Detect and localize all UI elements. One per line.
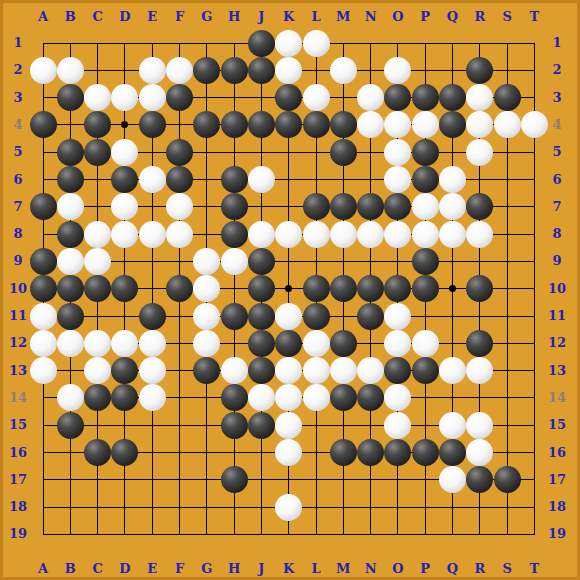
star-point (121, 121, 128, 128)
white-stone-Q13[interactable] (439, 357, 466, 384)
black-stone-J4[interactable] (248, 111, 275, 138)
black-stone-A10[interactable] (30, 275, 57, 302)
coordinate-label-J: J (250, 562, 272, 576)
black-stone-M5[interactable] (330, 139, 357, 166)
white-stone-O15[interactable] (384, 412, 411, 439)
black-stone-O3[interactable] (384, 84, 411, 111)
black-stone-R17[interactable] (466, 466, 493, 493)
white-stone-H9[interactable] (221, 248, 248, 275)
coordinate-label-J: J (250, 10, 272, 24)
white-stone-G9[interactable] (193, 248, 220, 275)
white-stone-O2[interactable] (384, 57, 411, 84)
white-stone-C3[interactable] (84, 84, 111, 111)
coordinate-label-17: 17 (546, 473, 568, 487)
black-stone-C4[interactable] (84, 111, 111, 138)
coordinate-label-H: H (223, 562, 245, 576)
coordinate-label-7: 7 (546, 200, 568, 214)
black-stone-L4[interactable] (303, 111, 330, 138)
white-stone-R5[interactable] (466, 139, 493, 166)
grid-line-horizontal (43, 261, 535, 262)
coordinate-label-15: 15 (546, 418, 568, 432)
black-stone-R2[interactable] (466, 57, 493, 84)
white-stone-K11[interactable] (275, 303, 302, 330)
white-stone-R3[interactable] (466, 84, 493, 111)
coordinate-label-17: 17 (7, 473, 29, 487)
white-stone-N3[interactable] (357, 84, 384, 111)
white-stone-O12[interactable] (384, 330, 411, 357)
black-stone-S17[interactable] (494, 466, 521, 493)
white-stone-D3[interactable] (111, 84, 138, 111)
coordinate-label-3: 3 (7, 91, 29, 105)
white-stone-G12[interactable] (193, 330, 220, 357)
white-stone-J8[interactable] (248, 221, 275, 248)
star-point (449, 285, 456, 292)
black-stone-K12[interactable] (275, 330, 302, 357)
black-stone-Q16[interactable] (439, 439, 466, 466)
black-stone-D16[interactable] (111, 439, 138, 466)
coordinate-label-12: 12 (546, 336, 568, 350)
coordinate-label-P: P (414, 10, 436, 24)
coordinate-label-R: R (469, 10, 491, 24)
white-stone-N8[interactable] (357, 221, 384, 248)
coordinate-label-F: F (169, 562, 191, 576)
coordinate-label-19: 19 (7, 527, 29, 541)
coordinate-label-K: K (278, 562, 300, 576)
white-stone-K8[interactable] (275, 221, 302, 248)
black-stone-Q3[interactable] (439, 84, 466, 111)
coordinate-label-2: 2 (546, 63, 568, 77)
white-stone-O8[interactable] (384, 221, 411, 248)
black-stone-G2[interactable] (193, 57, 220, 84)
black-stone-R10[interactable] (466, 275, 493, 302)
coordinate-label-B: B (59, 10, 81, 24)
white-stone-E2[interactable] (139, 57, 166, 84)
black-stone-E11[interactable] (139, 303, 166, 330)
white-stone-L8[interactable] (303, 221, 330, 248)
white-stone-Q15[interactable] (439, 412, 466, 439)
black-stone-J9[interactable] (248, 248, 275, 275)
white-stone-E6[interactable] (139, 166, 166, 193)
black-stone-J2[interactable] (248, 57, 275, 84)
coordinate-label-12: 12 (7, 336, 29, 350)
black-stone-B6[interactable] (57, 166, 84, 193)
coordinate-label-13: 13 (7, 364, 29, 378)
black-stone-G4[interactable] (193, 111, 220, 138)
white-stone-A13[interactable] (30, 357, 57, 384)
go-board[interactable]: AABBCCDDEEFFGGHHJJKKLLMMNNOOPPQQRRSSTT11… (0, 0, 580, 580)
coordinate-label-8: 8 (7, 227, 29, 241)
black-stone-K3[interactable] (275, 84, 302, 111)
white-stone-F8[interactable] (166, 221, 193, 248)
white-stone-R16[interactable] (466, 439, 493, 466)
white-stone-G10[interactable] (193, 275, 220, 302)
black-stone-H2[interactable] (221, 57, 248, 84)
black-stone-O13[interactable] (384, 357, 411, 384)
coordinate-label-R: R (469, 562, 491, 576)
coordinate-label-1: 1 (546, 36, 568, 50)
white-stone-D12[interactable] (111, 330, 138, 357)
coordinate-label-13: 13 (546, 364, 568, 378)
white-stone-B12[interactable] (57, 330, 84, 357)
coordinate-label-M: M (332, 10, 354, 24)
black-stone-M10[interactable] (330, 275, 357, 302)
black-stone-B5[interactable] (57, 139, 84, 166)
black-stone-S3[interactable] (494, 84, 521, 111)
black-stone-H7[interactable] (221, 193, 248, 220)
black-stone-H8[interactable] (221, 221, 248, 248)
white-stone-T4[interactable] (521, 111, 548, 138)
coordinate-label-F: F (169, 10, 191, 24)
black-stone-F6[interactable] (166, 166, 193, 193)
coordinate-label-6: 6 (7, 173, 29, 187)
coordinate-label-16: 16 (7, 446, 29, 460)
white-stone-B7[interactable] (57, 193, 84, 220)
coordinate-label-9: 9 (7, 254, 29, 268)
coordinate-label-3: 3 (546, 91, 568, 105)
coordinate-label-N: N (360, 562, 382, 576)
black-stone-M14[interactable] (330, 384, 357, 411)
white-stone-M2[interactable] (330, 57, 357, 84)
white-stone-D7[interactable] (111, 193, 138, 220)
black-stone-M12[interactable] (330, 330, 357, 357)
white-stone-B14[interactable] (57, 384, 84, 411)
coordinate-label-10: 10 (7, 282, 29, 296)
white-stone-L13[interactable] (303, 357, 330, 384)
white-stone-M13[interactable] (330, 357, 357, 384)
black-stone-Q4[interactable] (439, 111, 466, 138)
black-stone-P3[interactable] (412, 84, 439, 111)
white-stone-K18[interactable] (275, 494, 302, 521)
white-stone-K2[interactable] (275, 57, 302, 84)
white-stone-C8[interactable] (84, 221, 111, 248)
coordinate-label-10: 10 (546, 282, 568, 296)
white-stone-C9[interactable] (84, 248, 111, 275)
coordinate-label-18: 18 (7, 500, 29, 514)
black-stone-H15[interactable] (221, 412, 248, 439)
black-stone-B11[interactable] (57, 303, 84, 330)
white-stone-D8[interactable] (111, 221, 138, 248)
white-stone-P8[interactable] (412, 221, 439, 248)
black-stone-H11[interactable] (221, 303, 248, 330)
white-stone-E13[interactable] (139, 357, 166, 384)
black-stone-F5[interactable] (166, 139, 193, 166)
white-stone-K16[interactable] (275, 439, 302, 466)
white-stone-O4[interactable] (384, 111, 411, 138)
white-stone-L1[interactable] (303, 30, 330, 57)
black-stone-R12[interactable] (466, 330, 493, 357)
black-stone-N7[interactable] (357, 193, 384, 220)
black-stone-B15[interactable] (57, 412, 84, 439)
coordinate-label-M: M (332, 562, 354, 576)
white-stone-Q17[interactable] (439, 466, 466, 493)
white-stone-L12[interactable] (303, 330, 330, 357)
coordinate-label-11: 11 (7, 309, 29, 323)
black-stone-N16[interactable] (357, 439, 384, 466)
white-stone-G11[interactable] (193, 303, 220, 330)
coordinate-label-E: E (141, 562, 163, 576)
white-stone-A11[interactable] (30, 303, 57, 330)
white-stone-R13[interactable] (466, 357, 493, 384)
black-stone-N14[interactable] (357, 384, 384, 411)
white-stone-O5[interactable] (384, 139, 411, 166)
black-stone-P5[interactable] (412, 139, 439, 166)
coordinate-label-T: T (523, 10, 545, 24)
black-stone-P13[interactable] (412, 357, 439, 384)
coordinate-label-O: O (387, 10, 409, 24)
white-stone-N13[interactable] (357, 357, 384, 384)
white-stone-M8[interactable] (330, 221, 357, 248)
coordinate-label-Q: Q (442, 10, 464, 24)
black-stone-J11[interactable] (248, 303, 275, 330)
white-stone-B2[interactable] (57, 57, 84, 84)
coordinate-label-O: O (387, 562, 409, 576)
coordinate-label-T: T (523, 562, 545, 576)
white-stone-A12[interactable] (30, 330, 57, 357)
white-stone-K13[interactable] (275, 357, 302, 384)
white-stone-N4[interactable] (357, 111, 384, 138)
coordinate-label-1: 1 (7, 36, 29, 50)
white-stone-J14[interactable] (248, 384, 275, 411)
white-stone-P7[interactable] (412, 193, 439, 220)
black-stone-D6[interactable] (111, 166, 138, 193)
black-stone-F3[interactable] (166, 84, 193, 111)
black-stone-E4[interactable] (139, 111, 166, 138)
white-stone-O6[interactable] (384, 166, 411, 193)
white-stone-D5[interactable] (111, 139, 138, 166)
white-stone-P4[interactable] (412, 111, 439, 138)
black-stone-D14[interactable] (111, 384, 138, 411)
coordinate-label-4: 4 (546, 118, 568, 132)
white-stone-Q6[interactable] (439, 166, 466, 193)
coordinate-label-L: L (305, 10, 327, 24)
black-stone-A4[interactable] (30, 111, 57, 138)
black-stone-A9[interactable] (30, 248, 57, 275)
white-stone-J6[interactable] (248, 166, 275, 193)
black-stone-L10[interactable] (303, 275, 330, 302)
black-stone-M16[interactable] (330, 439, 357, 466)
star-point (285, 285, 292, 292)
black-stone-P16[interactable] (412, 439, 439, 466)
grid-line-horizontal (43, 534, 535, 535)
black-stone-J12[interactable] (248, 330, 275, 357)
coordinate-label-14: 14 (546, 391, 568, 405)
coordinate-label-D: D (114, 562, 136, 576)
white-stone-F7[interactable] (166, 193, 193, 220)
white-stone-A2[interactable] (30, 57, 57, 84)
black-stone-J13[interactable] (248, 357, 275, 384)
white-stone-P12[interactable] (412, 330, 439, 357)
coordinate-label-4: 4 (7, 118, 29, 132)
coordinate-label-G: G (196, 562, 218, 576)
black-stone-H4[interactable] (221, 111, 248, 138)
white-stone-O11[interactable] (384, 303, 411, 330)
black-stone-B8[interactable] (57, 221, 84, 248)
white-stone-C13[interactable] (84, 357, 111, 384)
white-stone-K1[interactable] (275, 30, 302, 57)
black-stone-L7[interactable] (303, 193, 330, 220)
black-stone-J1[interactable] (248, 30, 275, 57)
black-stone-B3[interactable] (57, 84, 84, 111)
black-stone-A7[interactable] (30, 193, 57, 220)
coordinate-label-8: 8 (546, 227, 568, 241)
black-stone-O7[interactable] (384, 193, 411, 220)
white-stone-F2[interactable] (166, 57, 193, 84)
black-stone-H14[interactable] (221, 384, 248, 411)
black-stone-P9[interactable] (412, 248, 439, 275)
coordinate-label-19: 19 (546, 527, 568, 541)
white-stone-K14[interactable] (275, 384, 302, 411)
black-stone-M7[interactable] (330, 193, 357, 220)
white-stone-E3[interactable] (139, 84, 166, 111)
black-stone-C16[interactable] (84, 439, 111, 466)
coordinate-label-B: B (59, 562, 81, 576)
coordinate-label-K: K (278, 10, 300, 24)
black-stone-P6[interactable] (412, 166, 439, 193)
black-stone-H6[interactable] (221, 166, 248, 193)
coordinate-label-S: S (496, 562, 518, 576)
white-stone-L14[interactable] (303, 384, 330, 411)
black-stone-H17[interactable] (221, 466, 248, 493)
white-stone-L3[interactable] (303, 84, 330, 111)
black-stone-D10[interactable] (111, 275, 138, 302)
coordinate-label-A: A (32, 10, 54, 24)
white-stone-S4[interactable] (494, 111, 521, 138)
coordinate-label-5: 5 (546, 145, 568, 159)
black-stone-N11[interactable] (357, 303, 384, 330)
coordinate-label-14: 14 (7, 391, 29, 405)
black-stone-G13[interactable] (193, 357, 220, 384)
coordinate-label-H: H (223, 10, 245, 24)
black-stone-K4[interactable] (275, 111, 302, 138)
black-stone-P10[interactable] (412, 275, 439, 302)
coordinate-label-P: P (414, 562, 436, 576)
black-stone-J10[interactable] (248, 275, 275, 302)
coordinate-label-11: 11 (546, 309, 568, 323)
white-stone-R8[interactable] (466, 221, 493, 248)
coordinate-label-C: C (87, 562, 109, 576)
coordinate-label-Q: Q (442, 562, 464, 576)
black-stone-C5[interactable] (84, 139, 111, 166)
white-stone-E14[interactable] (139, 384, 166, 411)
coordinate-label-18: 18 (546, 500, 568, 514)
coordinate-label-D: D (114, 10, 136, 24)
black-stone-C14[interactable] (84, 384, 111, 411)
black-stone-R7[interactable] (466, 193, 493, 220)
black-stone-J15[interactable] (248, 412, 275, 439)
black-stone-M4[interactable] (330, 111, 357, 138)
white-stone-Q8[interactable] (439, 221, 466, 248)
black-stone-O16[interactable] (384, 439, 411, 466)
white-stone-E8[interactable] (139, 221, 166, 248)
coordinate-label-9: 9 (546, 254, 568, 268)
white-stone-R15[interactable] (466, 412, 493, 439)
coordinate-label-5: 5 (7, 145, 29, 159)
black-stone-C10[interactable] (84, 275, 111, 302)
coordinate-label-A: A (32, 562, 54, 576)
black-stone-O10[interactable] (384, 275, 411, 302)
coordinate-label-G: G (196, 10, 218, 24)
white-stone-O14[interactable] (384, 384, 411, 411)
coordinate-label-L: L (305, 562, 327, 576)
white-stone-E12[interactable] (139, 330, 166, 357)
black-stone-N10[interactable] (357, 275, 384, 302)
coordinate-label-C: C (87, 10, 109, 24)
coordinate-label-N: N (360, 10, 382, 24)
coordinate-label-E: E (141, 10, 163, 24)
coordinate-label-16: 16 (546, 446, 568, 460)
black-stone-B10[interactable] (57, 275, 84, 302)
coordinate-label-15: 15 (7, 418, 29, 432)
coordinate-label-7: 7 (7, 200, 29, 214)
coordinate-label-S: S (496, 10, 518, 24)
white-stone-H13[interactable] (221, 357, 248, 384)
black-stone-F10[interactable] (166, 275, 193, 302)
white-stone-Q7[interactable] (439, 193, 466, 220)
coordinate-label-6: 6 (546, 173, 568, 187)
white-stone-R4[interactable] (466, 111, 493, 138)
black-stone-L11[interactable] (303, 303, 330, 330)
coordinate-label-2: 2 (7, 63, 29, 77)
white-stone-B9[interactable] (57, 248, 84, 275)
black-stone-D13[interactable] (111, 357, 138, 384)
white-stone-C12[interactable] (84, 330, 111, 357)
white-stone-K15[interactable] (275, 412, 302, 439)
